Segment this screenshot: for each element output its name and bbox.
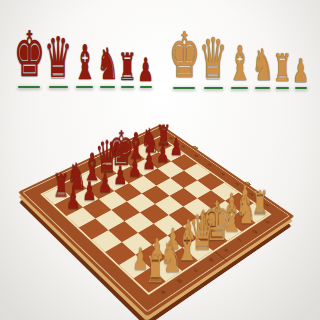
piece-red-pawn-a7[interactable]: ♟ <box>58 186 88 213</box>
board-grid: ♜♞♝♛♚♝♞♜♟♟♟♟♟♟♟♟♟♟♟♟♟♟♟♟♜♞♝♛♚♝♞♜ <box>43 137 269 292</box>
chess-board: ♜♞♝♛♚♝♞♜♟♟♟♟♟♟♟♟♟♟♟♟♟♟♟♟♜♞♝♛♚♝♞♜ abcdefg… <box>18 124 295 316</box>
product-photo: ♚♛♝♞♜♟ ♚♛♝♞♜♟ ♜♞♝♛♚♝♞♜♟♟♟♟♟♟♟♟♟♟♟♟♟♟♟♟♜♞… <box>0 0 320 320</box>
piece-natural-rook-a1[interactable]: ♜ <box>138 252 172 289</box>
board-scene: ♜♞♝♛♚♝♞♜♟♟♟♟♟♟♟♟♟♟♟♟♟♟♟♟♜♞♝♛♚♝♞♜ abcdefg… <box>0 0 320 320</box>
